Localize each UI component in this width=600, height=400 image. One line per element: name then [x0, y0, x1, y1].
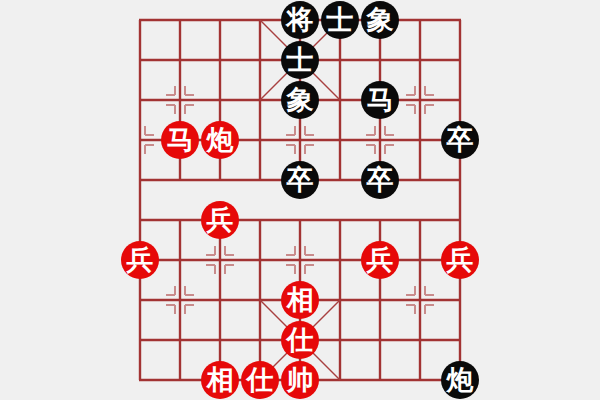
piece-red-pawn[interactable]: 兵 — [361, 241, 399, 279]
piece-black-pawn[interactable]: 卒 — [361, 161, 399, 199]
board-grid: 将士象士象马卒卒卒炮马炮兵兵兵兵相仕相仕帅 — [120, 0, 480, 400]
piece-red-elephant[interactable]: 相 — [281, 281, 319, 319]
piece-black-advisor[interactable]: 士 — [281, 41, 319, 79]
piece-black-horse[interactable]: 马 — [361, 81, 399, 119]
piece-red-advisor[interactable]: 仕 — [241, 361, 279, 399]
piece-red-cannon[interactable]: 炮 — [201, 121, 239, 159]
piece-black-cannon[interactable]: 炮 — [441, 361, 479, 399]
piece-black-advisor[interactable]: 士 — [321, 1, 359, 39]
piece-black-general[interactable]: 将 — [281, 1, 319, 39]
piece-red-horse[interactable]: 马 — [161, 121, 199, 159]
piece-black-pawn[interactable]: 卒 — [441, 121, 479, 159]
piece-red-pawn[interactable]: 兵 — [441, 241, 479, 279]
piece-red-elephant[interactable]: 相 — [201, 361, 239, 399]
piece-black-pawn[interactable]: 卒 — [281, 161, 319, 199]
piece-red-pawn[interactable]: 兵 — [201, 201, 239, 239]
piece-red-pawn[interactable]: 兵 — [121, 241, 159, 279]
xiangqi-board: 将士象士象马卒卒卒炮马炮兵兵兵兵相仕相仕帅 — [0, 0, 600, 400]
piece-red-advisor[interactable]: 仕 — [281, 321, 319, 359]
piece-red-general[interactable]: 帅 — [281, 361, 319, 399]
piece-black-elephant[interactable]: 象 — [281, 81, 319, 119]
piece-black-elephant[interactable]: 象 — [361, 1, 399, 39]
